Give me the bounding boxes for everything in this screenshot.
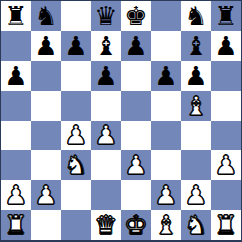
square-h6[interactable] (211, 61, 241, 91)
black-pawn-c7[interactable]: ♟ (64, 33, 87, 59)
black-pawn-a6[interactable]: ♟ (4, 63, 27, 89)
square-a5[interactable] (1, 91, 31, 121)
black-knight-b8[interactable]: ♞ (34, 3, 57, 29)
square-d4[interactable]: ♟ (91, 121, 121, 151)
black-queen-d8[interactable]: ♛ (94, 3, 117, 29)
square-e7[interactable]: ♟ (121, 31, 151, 61)
square-a6[interactable]: ♟ (1, 61, 31, 91)
square-h4[interactable] (211, 121, 241, 151)
square-f3[interactable] (151, 150, 181, 180)
white-pawn-c4[interactable]: ♟ (64, 122, 87, 148)
square-e5[interactable] (121, 91, 151, 121)
square-e8[interactable]: ♚ (121, 1, 151, 31)
black-knight-g8[interactable]: ♞ (184, 3, 207, 29)
square-a4[interactable] (1, 121, 31, 151)
square-c4[interactable]: ♟ (61, 121, 91, 151)
white-pawn-e3[interactable]: ♟ (124, 152, 147, 178)
square-d7[interactable]: ♝ (91, 31, 121, 61)
square-h2[interactable] (211, 180, 241, 210)
square-c7[interactable]: ♟ (61, 31, 91, 61)
black-king-e8[interactable]: ♚ (124, 3, 147, 29)
square-b1[interactable] (31, 210, 61, 240)
white-pawn-b2[interactable]: ♟ (34, 182, 57, 208)
square-a7[interactable] (1, 31, 31, 61)
black-pawn-b7[interactable]: ♟ (34, 33, 57, 59)
square-d5[interactable] (91, 91, 121, 121)
square-a8[interactable]: ♜ (1, 1, 31, 31)
square-c5[interactable] (61, 91, 91, 121)
black-pawn-e7[interactable]: ♟ (124, 33, 147, 59)
white-pawn-g2[interactable]: ♟ (184, 182, 207, 208)
square-b3[interactable] (31, 150, 61, 180)
square-e3[interactable]: ♟ (121, 150, 151, 180)
square-g3[interactable] (181, 150, 211, 180)
black-bishop-d7[interactable]: ♝ (94, 33, 117, 59)
black-pawn-f6[interactable]: ♟ (154, 63, 177, 89)
square-b4[interactable] (31, 121, 61, 151)
square-a3[interactable] (1, 150, 31, 180)
square-b5[interactable] (31, 91, 61, 121)
white-pawn-f2[interactable]: ♟ (154, 182, 177, 208)
black-pawn-h7[interactable]: ♟ (214, 33, 237, 59)
square-e1[interactable]: ♚ (121, 210, 151, 240)
white-knight-c3[interactable]: ♞ (64, 152, 87, 178)
square-c3[interactable]: ♞ (61, 150, 91, 180)
square-f1[interactable]: ♝ (151, 210, 181, 240)
square-b6[interactable] (31, 61, 61, 91)
square-a2[interactable]: ♟ (1, 180, 31, 210)
black-rook-a8[interactable]: ♜ (4, 3, 27, 29)
square-g6[interactable]: ♟ (181, 61, 211, 91)
white-king-e1[interactable]: ♚ (124, 212, 147, 238)
square-g5[interactable]: ♝ (181, 91, 211, 121)
square-c2[interactable] (61, 180, 91, 210)
square-h1[interactable]: ♜ (211, 210, 241, 240)
square-d1[interactable]: ♛ (91, 210, 121, 240)
square-f5[interactable] (151, 91, 181, 121)
square-d2[interactable] (91, 180, 121, 210)
square-f4[interactable] (151, 121, 181, 151)
square-b2[interactable]: ♟ (31, 180, 61, 210)
square-g1[interactable]: ♞ (181, 210, 211, 240)
square-h8[interactable]: ♜ (211, 1, 241, 31)
black-pawn-g6[interactable]: ♟ (184, 63, 207, 89)
square-h7[interactable]: ♟ (211, 31, 241, 61)
square-h3[interactable]: ♟ (211, 150, 241, 180)
square-h5[interactable] (211, 91, 241, 121)
white-bishop-f1[interactable]: ♝ (154, 212, 177, 238)
white-pawn-h3[interactable]: ♟ (214, 152, 237, 178)
square-a1[interactable]: ♜ (1, 210, 31, 240)
square-d6[interactable]: ♟ (91, 61, 121, 91)
square-b8[interactable]: ♞ (31, 1, 61, 31)
square-g4[interactable] (181, 121, 211, 151)
white-pawn-a2[interactable]: ♟ (4, 182, 27, 208)
white-rook-a1[interactable]: ♜ (4, 212, 27, 238)
square-e6[interactable] (121, 61, 151, 91)
chess-board: ♜♞♛♚♞♜♟♟♝♟♝♟♟♟♟♟♝♟♟♞♟♟♟♟♟♟♜♛♚♝♞♜ (0, 0, 242, 242)
white-pawn-d4[interactable]: ♟ (94, 122, 117, 148)
square-f6[interactable]: ♟ (151, 61, 181, 91)
white-bishop-g5[interactable]: ♝ (184, 93, 207, 119)
square-f2[interactable]: ♟ (151, 180, 181, 210)
square-d8[interactable]: ♛ (91, 1, 121, 31)
square-b7[interactable]: ♟ (31, 31, 61, 61)
square-c8[interactable] (61, 1, 91, 31)
black-bishop-g7[interactable]: ♝ (184, 33, 207, 59)
black-rook-h8[interactable]: ♜ (214, 3, 237, 29)
square-d3[interactable] (91, 150, 121, 180)
white-knight-g1[interactable]: ♞ (184, 212, 207, 238)
square-c1[interactable] (61, 210, 91, 240)
square-e2[interactable] (121, 180, 151, 210)
black-pawn-d6[interactable]: ♟ (94, 63, 117, 89)
square-g8[interactable]: ♞ (181, 1, 211, 31)
square-f7[interactable] (151, 31, 181, 61)
white-queen-d1[interactable]: ♛ (94, 212, 117, 238)
square-g2[interactable]: ♟ (181, 180, 211, 210)
square-f8[interactable] (151, 1, 181, 31)
white-rook-h1[interactable]: ♜ (214, 212, 237, 238)
square-e4[interactable] (121, 121, 151, 151)
square-c6[interactable] (61, 61, 91, 91)
square-g7[interactable]: ♝ (181, 31, 211, 61)
